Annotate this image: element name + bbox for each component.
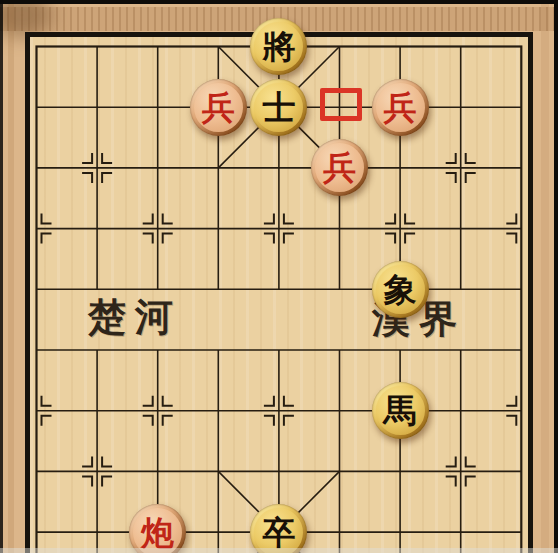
xiangqi-app: 楚河 漢界 將兵士兵兵象馬炮卒 — [0, 0, 558, 553]
piece-face: 兵 — [376, 83, 425, 132]
piece-black-elephant[interactable]: 象 — [372, 261, 429, 318]
piece-glyph: 炮 — [141, 516, 174, 549]
piece-glyph: 士 — [262, 91, 295, 124]
screen-edge-left — [0, 0, 3, 553]
piece-glyph: 馬 — [384, 394, 417, 427]
piece-face: 士 — [254, 83, 303, 132]
piece-glyph: 將 — [262, 30, 295, 63]
piece-face: 炮 — [133, 508, 182, 553]
piece-glyph: 兵 — [202, 91, 235, 124]
piece-black-horse[interactable]: 馬 — [372, 382, 429, 439]
screen-edge-top — [0, 0, 558, 4]
piece-face: 象 — [376, 265, 425, 314]
piece-glyph: 卒 — [262, 516, 295, 549]
piece-face: 兵 — [194, 83, 243, 132]
piece-glyph: 兵 — [384, 91, 417, 124]
screen-edge-right — [554, 0, 558, 553]
piece-black-advisor[interactable]: 士 — [250, 79, 307, 136]
piece-face: 馬 — [376, 386, 425, 435]
piece-face: 將 — [254, 22, 303, 71]
piece-face: 兵 — [315, 143, 364, 192]
screen-edge-bottom — [0, 548, 558, 553]
piece-red-soldier-b[interactable]: 兵 — [372, 79, 429, 136]
piece-red-soldier-a[interactable]: 兵 — [190, 79, 247, 136]
piece-red-soldier-c[interactable]: 兵 — [311, 139, 368, 196]
piece-face: 卒 — [254, 508, 303, 553]
river-label-left: 楚河 — [88, 298, 182, 336]
last-move-origin-marker — [320, 88, 362, 121]
piece-glyph: 象 — [384, 273, 417, 306]
piece-black-general[interactable]: 將 — [250, 18, 307, 75]
piece-glyph: 兵 — [323, 151, 356, 184]
